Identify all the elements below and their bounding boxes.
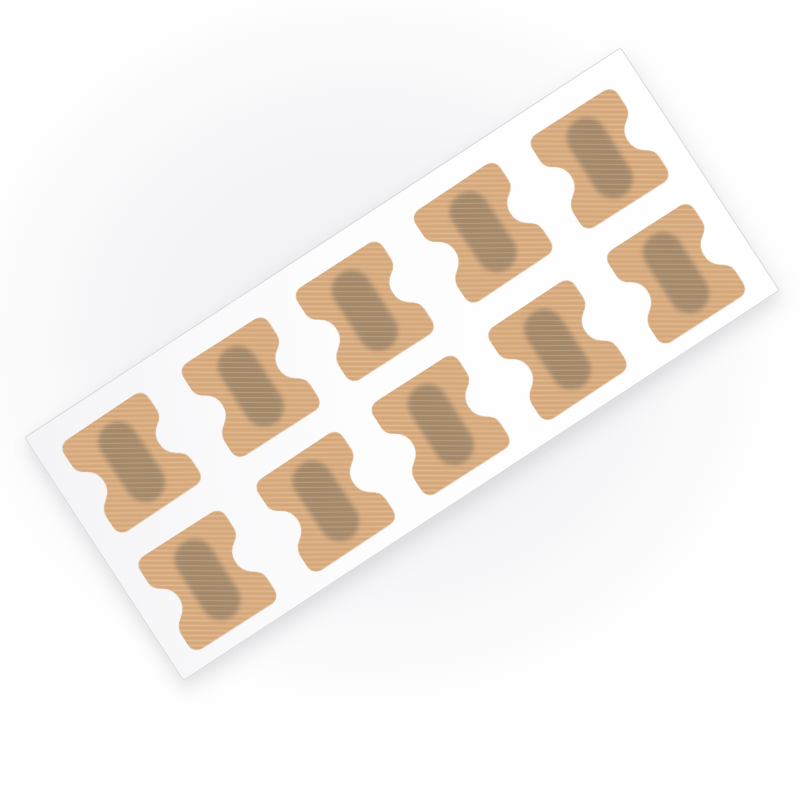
patch-cell xyxy=(597,194,753,352)
patch-cell xyxy=(129,501,285,659)
patch-texture xyxy=(252,427,398,575)
patch-grid xyxy=(25,48,778,679)
patch-cell xyxy=(478,271,635,429)
patch-texture xyxy=(58,388,204,536)
patch-texture xyxy=(484,276,630,424)
patch-cell xyxy=(521,80,677,237)
product-photo xyxy=(0,0,800,800)
adhesive-patch xyxy=(597,194,753,352)
adhesive-patch xyxy=(172,309,328,467)
patch-cell xyxy=(286,232,442,390)
patch-cell xyxy=(53,384,210,542)
adhesive-patch xyxy=(404,154,561,312)
patch-cell xyxy=(246,423,403,581)
patch-texture xyxy=(134,506,280,654)
adhesive-patch xyxy=(521,80,677,237)
patch-sheet xyxy=(24,47,780,681)
adhesive-patch xyxy=(362,346,518,504)
patch-cell xyxy=(404,154,561,312)
patch-texture xyxy=(178,313,324,461)
adhesive-patch xyxy=(246,423,403,581)
patch-texture xyxy=(603,199,749,347)
adhesive-patch xyxy=(53,384,210,542)
adhesive-patch xyxy=(478,271,635,429)
adhesive-patch xyxy=(129,501,285,659)
patch-cell xyxy=(172,309,328,467)
patch-cell xyxy=(362,346,518,504)
patch-texture xyxy=(527,85,672,233)
patch-texture xyxy=(292,237,438,385)
adhesive-patch xyxy=(286,232,442,390)
patch-texture xyxy=(410,159,556,307)
patch-texture xyxy=(368,351,514,499)
